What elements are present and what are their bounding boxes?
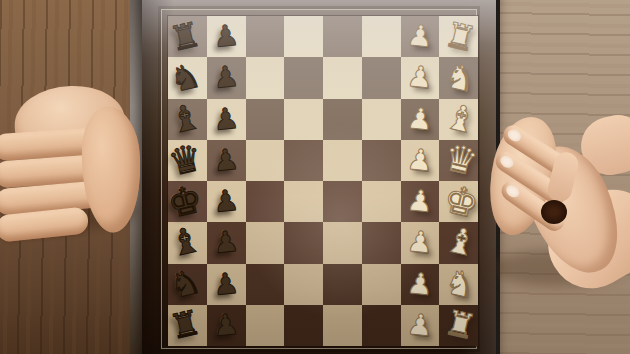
square-r7c4-light[interactable] [284,264,323,305]
square-r3c3-dark[interactable] [246,99,285,140]
square-r1c8-light[interactable]: ♜ [439,16,478,57]
square-r5c4-light[interactable] [284,181,323,222]
black-queen[interactable]: ♛ [165,138,206,182]
white-pawn[interactable]: ♟ [405,62,434,94]
square-r1c2-light[interactable]: ♟ [207,16,246,57]
square-r1c4-light[interactable] [284,16,323,57]
square-r6c8-dark[interactable]: ♝ [439,222,478,263]
square-r5c5-dark[interactable] [323,181,362,222]
square-r4c4-dark[interactable] [284,140,323,181]
black-rook[interactable]: ♜ [167,305,204,345]
square-r4c3-light[interactable] [246,140,285,181]
white-pawn[interactable]: ♟ [405,268,434,300]
white-queen[interactable]: ♛ [440,138,481,182]
square-r2c7-light[interactable]: ♟ [401,57,440,98]
chess-board[interactable]: ♜♟♟♜♞♟♟♞♝♟♟♝♛♟♟♛♚♟♟♚♝♟♟♝♞♟♟♞♜♟♟♜ [168,16,478,346]
white-pawn[interactable]: ♟ [405,310,434,342]
white-bishop[interactable]: ♝ [442,222,480,263]
square-r1c1-dark[interactable]: ♜ [168,16,207,57]
square-r7c3-dark[interactable] [246,264,285,305]
square-r7c1-dark[interactable]: ♞ [168,264,207,305]
chess-scene: ♜♟♟♜♞♟♟♞♝♟♟♝♛♟♟♛♚♟♟♚♝♟♟♝♞♟♟♞♜♟♟♜ [0,0,630,354]
square-r8c6-dark[interactable] [362,305,401,346]
black-knight[interactable]: ♞ [167,57,204,97]
square-r3c1-dark[interactable]: ♝ [168,99,207,140]
square-r6c5-light[interactable] [323,222,362,263]
square-r3c8-light[interactable]: ♝ [439,99,478,140]
square-r5c8-light[interactable]: ♚ [439,181,478,222]
square-r3c6-light[interactable] [362,99,401,140]
square-r5c6-light[interactable] [362,181,401,222]
fingernail [504,183,522,200]
square-r8c4-dark[interactable] [284,305,323,346]
square-r7c6-light[interactable] [362,264,401,305]
square-r8c3-light[interactable] [246,305,285,346]
square-r3c5-dark[interactable] [323,99,362,140]
black-pawn[interactable]: ♟ [212,103,241,135]
white-pawn[interactable]: ♟ [405,21,434,53]
player-left-hands [0,81,149,238]
white-pawn[interactable]: ♟ [405,186,434,218]
square-r6c2-dark[interactable]: ♟ [207,222,246,263]
square-r2c1-light[interactable]: ♞ [168,57,207,98]
square-r4c6-dark[interactable] [362,140,401,181]
square-r5c1-dark[interactable]: ♚ [168,181,207,222]
black-pawn[interactable]: ♟ [212,21,241,53]
square-r8c7-light[interactable]: ♟ [401,305,440,346]
black-knight[interactable]: ♞ [167,264,204,304]
square-r2c2-dark[interactable]: ♟ [207,57,246,98]
white-pawn[interactable]: ♟ [405,145,434,177]
square-r4c5-light[interactable] [323,140,362,181]
black-pawn[interactable]: ♟ [212,145,241,177]
square-r1c6-light[interactable] [362,16,401,57]
white-king[interactable]: ♚ [440,179,482,224]
black-pawn[interactable]: ♟ [212,310,241,342]
square-r7c7-dark[interactable]: ♟ [401,264,440,305]
square-r2c6-dark[interactable] [362,57,401,98]
square-r4c8-dark[interactable]: ♛ [439,140,478,181]
fingernail [506,127,524,144]
black-pawn[interactable]: ♟ [212,227,241,259]
square-r6c3-light[interactable] [246,222,285,263]
square-r1c5-dark[interactable] [323,16,362,57]
square-r1c7-dark[interactable]: ♟ [401,16,440,57]
square-r5c7-dark[interactable]: ♟ [401,181,440,222]
white-bishop[interactable]: ♝ [442,98,480,139]
white-rook[interactable]: ♜ [442,305,479,345]
square-r6c6-dark[interactable] [362,222,401,263]
square-r8c5-light[interactable] [323,305,362,346]
square-r3c7-dark[interactable]: ♟ [401,99,440,140]
black-king[interactable]: ♚ [164,179,206,224]
square-r5c2-light[interactable]: ♟ [207,181,246,222]
square-r7c5-dark[interactable] [323,264,362,305]
square-r4c2-dark[interactable]: ♟ [207,140,246,181]
square-r8c1-light[interactable]: ♜ [168,305,207,346]
chess-board-frame: ♜♟♟♜♞♟♟♞♝♟♟♝♛♟♟♛♚♟♟♚♝♟♟♝♞♟♟♞♜♟♟♜ [142,0,496,354]
black-bishop[interactable]: ♝ [166,222,204,263]
black-pawn[interactable]: ♟ [212,186,241,218]
clasped-hands-gap [541,200,567,224]
black-bishop[interactable]: ♝ [166,98,204,139]
square-r8c8-dark[interactable]: ♜ [439,305,478,346]
square-r2c4-dark[interactable] [284,57,323,98]
square-r4c7-light[interactable]: ♟ [401,140,440,181]
square-r3c2-light[interactable]: ♟ [207,99,246,140]
square-r7c2-light[interactable]: ♟ [207,264,246,305]
square-r2c5-light[interactable] [323,57,362,98]
black-pawn[interactable]: ♟ [212,62,241,94]
square-r2c3-light[interactable] [246,57,285,98]
square-r2c8-dark[interactable]: ♞ [439,57,478,98]
square-r6c4-dark[interactable] [284,222,323,263]
black-pawn[interactable]: ♟ [212,268,241,300]
fingernail [498,153,516,170]
player-right-hands [489,100,630,296]
square-r6c1-light[interactable]: ♝ [168,222,207,263]
white-pawn[interactable]: ♟ [405,103,434,135]
square-r6c7-light[interactable]: ♟ [401,222,440,263]
square-r5c3-dark[interactable] [246,181,285,222]
square-r4c1-light[interactable]: ♛ [168,140,207,181]
black-rook[interactable]: ♜ [167,16,204,56]
square-r7c8-light[interactable]: ♞ [439,264,478,305]
white-knight[interactable]: ♞ [442,264,479,304]
square-r3c4-light[interactable] [284,99,323,140]
white-knight[interactable]: ♞ [442,57,479,97]
square-r1c3-dark[interactable] [246,16,285,57]
white-pawn[interactable]: ♟ [405,227,434,259]
white-rook[interactable]: ♜ [442,16,479,56]
square-r8c2-dark[interactable]: ♟ [207,305,246,346]
